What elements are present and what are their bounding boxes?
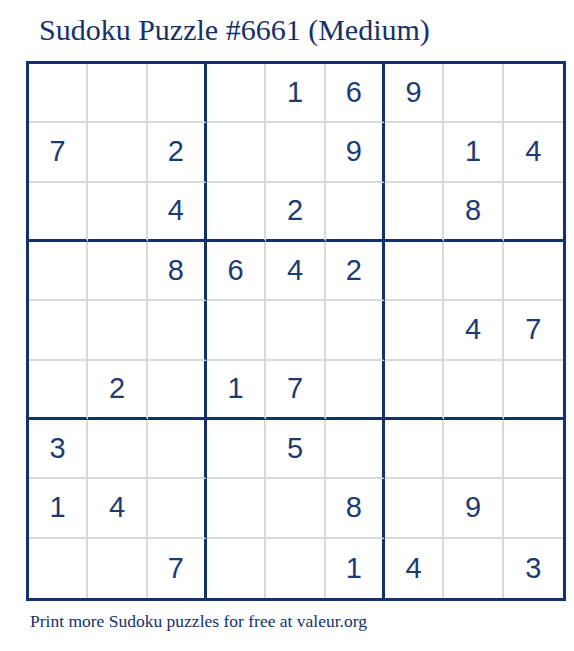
cell-r8c8[interactable]: 9 bbox=[444, 479, 503, 538]
cell-r2c2[interactable] bbox=[88, 123, 147, 182]
cell-r5c5[interactable] bbox=[266, 301, 325, 360]
cell-r4c1[interactable] bbox=[29, 242, 88, 301]
cell-r3c7[interactable] bbox=[385, 183, 444, 242]
cell-r6c8[interactable] bbox=[444, 361, 503, 420]
cell-r4c2[interactable] bbox=[88, 242, 147, 301]
cell-r7c3[interactable] bbox=[148, 420, 207, 479]
cell-r2c3[interactable]: 2 bbox=[148, 123, 207, 182]
cell-r7c5[interactable]: 5 bbox=[266, 420, 325, 479]
cell-r5c9[interactable]: 7 bbox=[504, 301, 563, 360]
cell-r3c2[interactable] bbox=[88, 183, 147, 242]
cell-r7c8[interactable] bbox=[444, 420, 503, 479]
cell-r8c1[interactable]: 1 bbox=[29, 479, 88, 538]
cell-r6c9[interactable] bbox=[504, 361, 563, 420]
cell-r4c6[interactable]: 2 bbox=[326, 242, 385, 301]
cell-r1c3[interactable] bbox=[148, 64, 207, 123]
cell-r2c1[interactable]: 7 bbox=[29, 123, 88, 182]
cell-r3c4[interactable] bbox=[207, 183, 266, 242]
cell-r5c1[interactable] bbox=[29, 301, 88, 360]
cell-r5c4[interactable] bbox=[207, 301, 266, 360]
cell-r5c8[interactable]: 4 bbox=[444, 301, 503, 360]
cell-r5c7[interactable] bbox=[385, 301, 444, 360]
cell-r5c3[interactable] bbox=[148, 301, 207, 360]
cell-r8c7[interactable] bbox=[385, 479, 444, 538]
cell-r5c6[interactable] bbox=[326, 301, 385, 360]
cell-r7c2[interactable] bbox=[88, 420, 147, 479]
cell-r6c3[interactable] bbox=[148, 361, 207, 420]
cell-r6c4[interactable]: 1 bbox=[207, 361, 266, 420]
cell-r4c5[interactable]: 4 bbox=[266, 242, 325, 301]
cell-r4c8[interactable] bbox=[444, 242, 503, 301]
cell-r8c3[interactable] bbox=[148, 479, 207, 538]
cell-r9c5[interactable] bbox=[266, 539, 325, 598]
footer-text: Print more Sudoku puzzles for free at va… bbox=[30, 611, 367, 632]
cell-r6c6[interactable] bbox=[326, 361, 385, 420]
cell-r2c4[interactable] bbox=[207, 123, 266, 182]
cell-r3c9[interactable] bbox=[504, 183, 563, 242]
sudoku-board: 169729144288642472173514897143 bbox=[26, 61, 566, 601]
cell-r3c3[interactable]: 4 bbox=[148, 183, 207, 242]
cell-r8c4[interactable] bbox=[207, 479, 266, 538]
cell-r2c8[interactable]: 1 bbox=[444, 123, 503, 182]
cell-r7c4[interactable] bbox=[207, 420, 266, 479]
cell-r6c2[interactable]: 2 bbox=[88, 361, 147, 420]
cell-r3c1[interactable] bbox=[29, 183, 88, 242]
cell-r8c5[interactable] bbox=[266, 479, 325, 538]
cell-r3c6[interactable] bbox=[326, 183, 385, 242]
cell-r3c5[interactable]: 2 bbox=[266, 183, 325, 242]
cell-r9c1[interactable] bbox=[29, 539, 88, 598]
cell-r7c1[interactable]: 3 bbox=[29, 420, 88, 479]
cell-r1c4[interactable] bbox=[207, 64, 266, 123]
cell-r6c5[interactable]: 7 bbox=[266, 361, 325, 420]
cell-r1c2[interactable] bbox=[88, 64, 147, 123]
cell-r2c9[interactable]: 4 bbox=[504, 123, 563, 182]
cell-r1c1[interactable] bbox=[29, 64, 88, 123]
cell-r4c9[interactable] bbox=[504, 242, 563, 301]
cell-r9c7[interactable]: 4 bbox=[385, 539, 444, 598]
cell-r5c2[interactable] bbox=[88, 301, 147, 360]
cell-r1c5[interactable]: 1 bbox=[266, 64, 325, 123]
cell-r9c3[interactable]: 7 bbox=[148, 539, 207, 598]
cell-r9c8[interactable] bbox=[444, 539, 503, 598]
cell-r8c6[interactable]: 8 bbox=[326, 479, 385, 538]
page-title: Sudoku Puzzle #6661 (Medium) bbox=[39, 12, 430, 48]
cell-r9c2[interactable] bbox=[88, 539, 147, 598]
cell-r4c3[interactable]: 8 bbox=[148, 242, 207, 301]
cell-r2c7[interactable] bbox=[385, 123, 444, 182]
cell-r2c6[interactable]: 9 bbox=[326, 123, 385, 182]
cell-r1c8[interactable] bbox=[444, 64, 503, 123]
cell-r8c9[interactable] bbox=[504, 479, 563, 538]
cell-r8c2[interactable]: 4 bbox=[88, 479, 147, 538]
cell-r1c6[interactable]: 6 bbox=[326, 64, 385, 123]
cell-r1c7[interactable]: 9 bbox=[385, 64, 444, 123]
cell-r7c6[interactable] bbox=[326, 420, 385, 479]
cell-r4c4[interactable]: 6 bbox=[207, 242, 266, 301]
cell-r7c9[interactable] bbox=[504, 420, 563, 479]
cell-r9c9[interactable]: 3 bbox=[504, 539, 563, 598]
cell-r3c8[interactable]: 8 bbox=[444, 183, 503, 242]
cell-r9c6[interactable]: 1 bbox=[326, 539, 385, 598]
cell-r1c9[interactable] bbox=[504, 64, 563, 123]
cell-r6c1[interactable] bbox=[29, 361, 88, 420]
cell-r2c5[interactable] bbox=[266, 123, 325, 182]
cell-r4c7[interactable] bbox=[385, 242, 444, 301]
cell-r6c7[interactable] bbox=[385, 361, 444, 420]
cell-r9c4[interactable] bbox=[207, 539, 266, 598]
cell-r7c7[interactable] bbox=[385, 420, 444, 479]
